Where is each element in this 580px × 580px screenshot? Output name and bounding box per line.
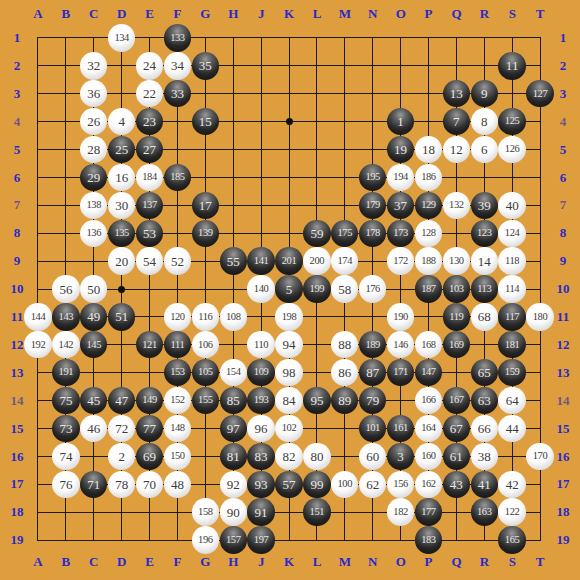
intersection-C16[interactable]: [80, 442, 108, 470]
intersection-M13[interactable]: 86: [331, 359, 359, 387]
intersection-D9[interactable]: 20: [108, 247, 136, 275]
intersection-O7[interactable]: 37: [387, 191, 415, 219]
intersection-F8[interactable]: [164, 219, 192, 247]
intersection-K9[interactable]: 201: [275, 247, 303, 275]
intersection-F1[interactable]: 133: [164, 24, 192, 52]
intersection-H15[interactable]: 97: [219, 415, 247, 443]
intersection-L9[interactable]: 200: [303, 247, 331, 275]
intersection-K18[interactable]: [275, 498, 303, 526]
intersection-F14[interactable]: 152: [164, 387, 192, 415]
intersection-F9[interactable]: 52: [164, 247, 192, 275]
intersection-K14[interactable]: 84: [275, 387, 303, 415]
intersection-F10[interactable]: [164, 275, 192, 303]
intersection-R9[interactable]: 14: [470, 247, 498, 275]
intersection-M10[interactable]: 58: [331, 275, 359, 303]
intersection-D13[interactable]: [108, 359, 136, 387]
intersection-O16[interactable]: 3: [387, 442, 415, 470]
intersection-Q19[interactable]: [442, 526, 470, 554]
intersection-S1[interactable]: [498, 24, 526, 52]
intersection-R13[interactable]: 65: [470, 359, 498, 387]
intersection-J3[interactable]: [247, 80, 275, 108]
intersection-R8[interactable]: 123: [470, 219, 498, 247]
intersection-T17[interactable]: [526, 470, 554, 498]
intersection-L1[interactable]: [303, 24, 331, 52]
intersection-F15[interactable]: 148: [164, 415, 192, 443]
intersection-C19[interactable]: [80, 526, 108, 554]
intersection-N4[interactable]: [359, 108, 387, 136]
intersection-Q18[interactable]: [442, 498, 470, 526]
intersection-O17[interactable]: 156: [387, 470, 415, 498]
intersection-C8[interactable]: 136: [80, 219, 108, 247]
intersection-F2[interactable]: 34: [164, 52, 192, 80]
intersection-D6[interactable]: 16: [108, 164, 136, 192]
intersection-O14[interactable]: [387, 387, 415, 415]
intersection-M2[interactable]: [331, 52, 359, 80]
intersection-G5[interactable]: [191, 136, 219, 164]
intersection-A16[interactable]: [24, 442, 52, 470]
intersection-G1[interactable]: [191, 24, 219, 52]
intersection-C13[interactable]: [80, 359, 108, 387]
intersection-C5[interactable]: 28: [80, 136, 108, 164]
intersection-B6[interactable]: [52, 164, 80, 192]
intersection-F13[interactable]: 153: [164, 359, 192, 387]
intersection-T15[interactable]: [526, 415, 554, 443]
intersection-R3[interactable]: 9: [470, 80, 498, 108]
intersection-O5[interactable]: 19: [387, 136, 415, 164]
intersection-S4[interactable]: 125: [498, 108, 526, 136]
intersection-H2[interactable]: [219, 52, 247, 80]
intersection-B14[interactable]: 75: [52, 387, 80, 415]
intersection-A9[interactable]: [24, 247, 52, 275]
intersection-M11[interactable]: [331, 303, 359, 331]
intersection-K16[interactable]: 82: [275, 442, 303, 470]
intersection-E5[interactable]: 27: [136, 136, 164, 164]
intersection-G11[interactable]: 116: [191, 303, 219, 331]
intersection-A6[interactable]: [24, 164, 52, 192]
intersection-A8[interactable]: [24, 219, 52, 247]
intersection-A7[interactable]: [24, 191, 52, 219]
intersection-O6[interactable]: 194: [387, 164, 415, 192]
intersection-M8[interactable]: 175: [331, 219, 359, 247]
intersection-H10[interactable]: [219, 275, 247, 303]
intersection-K13[interactable]: 98: [275, 359, 303, 387]
intersection-O12[interactable]: 146: [387, 331, 415, 359]
intersection-Q10[interactable]: 103: [442, 275, 470, 303]
intersection-L17[interactable]: 99: [303, 470, 331, 498]
intersection-S5[interactable]: 126: [498, 136, 526, 164]
intersection-A11[interactable]: 144: [24, 303, 52, 331]
intersection-K19[interactable]: [275, 526, 303, 554]
intersection-E8[interactable]: 53: [136, 219, 164, 247]
intersection-A1[interactable]: [24, 24, 52, 52]
intersection-G12[interactable]: 106: [191, 331, 219, 359]
intersection-H8[interactable]: [219, 219, 247, 247]
intersection-A3[interactable]: [24, 80, 52, 108]
intersection-P16[interactable]: 160: [415, 442, 443, 470]
intersection-S15[interactable]: 44: [498, 415, 526, 443]
intersection-S19[interactable]: 165: [498, 526, 526, 554]
intersection-J2[interactable]: [247, 52, 275, 80]
intersection-F11[interactable]: 120: [164, 303, 192, 331]
intersection-A18[interactable]: [24, 498, 52, 526]
intersection-F17[interactable]: 48: [164, 470, 192, 498]
intersection-G17[interactable]: [191, 470, 219, 498]
intersection-R19[interactable]: [470, 526, 498, 554]
intersection-H9[interactable]: 55: [219, 247, 247, 275]
intersection-F6[interactable]: 185: [164, 164, 192, 192]
intersection-E19[interactable]: [136, 526, 164, 554]
intersection-M15[interactable]: [331, 415, 359, 443]
intersection-F4[interactable]: [164, 108, 192, 136]
intersection-E7[interactable]: 137: [136, 191, 164, 219]
intersection-B2[interactable]: [52, 52, 80, 80]
intersection-K5[interactable]: [275, 136, 303, 164]
intersection-H11[interactable]: 108: [219, 303, 247, 331]
intersection-L3[interactable]: [303, 80, 331, 108]
intersection-H3[interactable]: [219, 80, 247, 108]
intersection-H16[interactable]: 81: [219, 442, 247, 470]
intersection-C4[interactable]: 26: [80, 108, 108, 136]
intersection-D7[interactable]: 30: [108, 191, 136, 219]
intersection-L19[interactable]: [303, 526, 331, 554]
intersection-K8[interactable]: [275, 219, 303, 247]
intersection-D10[interactable]: [108, 275, 136, 303]
intersection-B1[interactable]: [52, 24, 80, 52]
intersection-M18[interactable]: [331, 498, 359, 526]
intersection-N6[interactable]: 195: [359, 164, 387, 192]
intersection-R11[interactable]: 68: [470, 303, 498, 331]
intersection-N16[interactable]: 60: [359, 442, 387, 470]
intersection-P11[interactable]: [415, 303, 443, 331]
intersection-B8[interactable]: [52, 219, 80, 247]
intersection-A12[interactable]: 192: [24, 331, 52, 359]
intersection-N19[interactable]: [359, 526, 387, 554]
intersection-H1[interactable]: [219, 24, 247, 52]
intersection-K3[interactable]: [275, 80, 303, 108]
intersection-K2[interactable]: [275, 52, 303, 80]
intersection-S12[interactable]: 181: [498, 331, 526, 359]
intersection-T12[interactable]: [526, 331, 554, 359]
intersection-E9[interactable]: 54: [136, 247, 164, 275]
intersection-M4[interactable]: [331, 108, 359, 136]
intersection-J16[interactable]: 83: [247, 442, 275, 470]
intersection-T6[interactable]: [526, 164, 554, 192]
intersection-P12[interactable]: 168: [415, 331, 443, 359]
intersection-Q9[interactable]: 130: [442, 247, 470, 275]
intersection-L5[interactable]: [303, 136, 331, 164]
intersection-P1[interactable]: [415, 24, 443, 52]
intersection-D5[interactable]: 25: [108, 136, 136, 164]
intersection-L15[interactable]: [303, 415, 331, 443]
intersection-N11[interactable]: [359, 303, 387, 331]
intersection-K6[interactable]: [275, 164, 303, 192]
intersection-B3[interactable]: [52, 80, 80, 108]
intersection-G2[interactable]: 35: [191, 52, 219, 80]
intersection-H18[interactable]: 90: [219, 498, 247, 526]
intersection-S2[interactable]: 11: [498, 52, 526, 80]
intersection-L7[interactable]: [303, 191, 331, 219]
intersection-M9[interactable]: 174: [331, 247, 359, 275]
intersection-M1[interactable]: [331, 24, 359, 52]
intersection-A14[interactable]: [24, 387, 52, 415]
intersection-L11[interactable]: [303, 303, 331, 331]
intersection-S3[interactable]: [498, 80, 526, 108]
intersection-O15[interactable]: 161: [387, 415, 415, 443]
intersection-C1[interactable]: [80, 24, 108, 52]
intersection-N12[interactable]: 189: [359, 331, 387, 359]
intersection-N1[interactable]: [359, 24, 387, 52]
intersection-S7[interactable]: 40: [498, 191, 526, 219]
intersection-E1[interactable]: [136, 24, 164, 52]
intersection-H5[interactable]: [219, 136, 247, 164]
intersection-H14[interactable]: 85: [219, 387, 247, 415]
intersection-E17[interactable]: 70: [136, 470, 164, 498]
intersection-H17[interactable]: 92: [219, 470, 247, 498]
intersection-L16[interactable]: 80: [303, 442, 331, 470]
intersection-A15[interactable]: [24, 415, 52, 443]
intersection-R1[interactable]: [470, 24, 498, 52]
intersection-E3[interactable]: 22: [136, 80, 164, 108]
intersection-N7[interactable]: 179: [359, 191, 387, 219]
intersection-D12[interactable]: [108, 331, 136, 359]
intersection-K17[interactable]: 57: [275, 470, 303, 498]
intersection-O3[interactable]: [387, 80, 415, 108]
intersection-B18[interactable]: [52, 498, 80, 526]
intersection-E6[interactable]: 184: [136, 164, 164, 192]
intersection-D16[interactable]: 2: [108, 442, 136, 470]
intersection-J5[interactable]: [247, 136, 275, 164]
intersection-C14[interactable]: 45: [80, 387, 108, 415]
intersection-L12[interactable]: [303, 331, 331, 359]
intersection-T13[interactable]: [526, 359, 554, 387]
intersection-S8[interactable]: 124: [498, 219, 526, 247]
intersection-K4[interactable]: [275, 108, 303, 136]
intersection-B7[interactable]: [52, 191, 80, 219]
intersection-P6[interactable]: 186: [415, 164, 443, 192]
intersection-N8[interactable]: 178: [359, 219, 387, 247]
intersection-E14[interactable]: 149: [136, 387, 164, 415]
intersection-T7[interactable]: [526, 191, 554, 219]
intersection-Q13[interactable]: [442, 359, 470, 387]
intersection-G16[interactable]: [191, 442, 219, 470]
intersection-G10[interactable]: [191, 275, 219, 303]
intersection-G15[interactable]: [191, 415, 219, 443]
intersection-S11[interactable]: 117: [498, 303, 526, 331]
intersection-G9[interactable]: [191, 247, 219, 275]
intersection-L13[interactable]: [303, 359, 331, 387]
intersection-N2[interactable]: [359, 52, 387, 80]
intersection-J15[interactable]: 96: [247, 415, 275, 443]
intersection-F12[interactable]: 111: [164, 331, 192, 359]
intersection-S14[interactable]: 64: [498, 387, 526, 415]
intersection-J17[interactable]: 93: [247, 470, 275, 498]
intersection-J6[interactable]: [247, 164, 275, 192]
intersection-H13[interactable]: 154: [219, 359, 247, 387]
intersection-S17[interactable]: 42: [498, 470, 526, 498]
intersection-D19[interactable]: [108, 526, 136, 554]
intersection-M19[interactable]: [331, 526, 359, 554]
intersection-R10[interactable]: 113: [470, 275, 498, 303]
intersection-O2[interactable]: [387, 52, 415, 80]
intersection-H6[interactable]: [219, 164, 247, 192]
intersection-N13[interactable]: 87: [359, 359, 387, 387]
intersection-G14[interactable]: 155: [191, 387, 219, 415]
intersection-J7[interactable]: [247, 191, 275, 219]
intersection-M12[interactable]: 88: [331, 331, 359, 359]
intersection-Q3[interactable]: 13: [442, 80, 470, 108]
intersection-P9[interactable]: 188: [415, 247, 443, 275]
intersection-E18[interactable]: [136, 498, 164, 526]
intersection-B19[interactable]: [52, 526, 80, 554]
intersection-B12[interactable]: 142: [52, 331, 80, 359]
intersection-G7[interactable]: 17: [191, 191, 219, 219]
intersection-Q17[interactable]: 43: [442, 470, 470, 498]
intersection-Q7[interactable]: 132: [442, 191, 470, 219]
intersection-E11[interactable]: [136, 303, 164, 331]
intersection-F7[interactable]: [164, 191, 192, 219]
intersection-L6[interactable]: [303, 164, 331, 192]
intersection-Q1[interactable]: [442, 24, 470, 52]
intersection-A13[interactable]: [24, 359, 52, 387]
intersection-P5[interactable]: 18: [415, 136, 443, 164]
intersection-R15[interactable]: 66: [470, 415, 498, 443]
intersection-B9[interactable]: [52, 247, 80, 275]
intersection-J4[interactable]: [247, 108, 275, 136]
intersection-O8[interactable]: 173: [387, 219, 415, 247]
intersection-M5[interactable]: [331, 136, 359, 164]
intersection-P19[interactable]: 183: [415, 526, 443, 554]
intersection-R7[interactable]: 39: [470, 191, 498, 219]
intersection-P13[interactable]: 147: [415, 359, 443, 387]
intersection-C15[interactable]: 46: [80, 415, 108, 443]
intersection-C17[interactable]: 71: [80, 470, 108, 498]
intersection-P15[interactable]: 164: [415, 415, 443, 443]
intersection-O13[interactable]: 171: [387, 359, 415, 387]
intersection-K7[interactable]: [275, 191, 303, 219]
intersection-C11[interactable]: 49: [80, 303, 108, 331]
intersection-R6[interactable]: [470, 164, 498, 192]
intersection-D15[interactable]: 72: [108, 415, 136, 443]
intersection-Q2[interactable]: [442, 52, 470, 80]
intersection-C7[interactable]: 138: [80, 191, 108, 219]
intersection-P17[interactable]: 162: [415, 470, 443, 498]
intersection-E15[interactable]: 77: [136, 415, 164, 443]
intersection-J12[interactable]: 110: [247, 331, 275, 359]
intersection-T19[interactable]: [526, 526, 554, 554]
intersection-T16[interactable]: 170: [526, 442, 554, 470]
intersection-M17[interactable]: 100: [331, 470, 359, 498]
intersection-O18[interactable]: 182: [387, 498, 415, 526]
intersection-B11[interactable]: 143: [52, 303, 80, 331]
intersection-P7[interactable]: 129: [415, 191, 443, 219]
intersection-T1[interactable]: [526, 24, 554, 52]
intersection-J13[interactable]: 109: [247, 359, 275, 387]
intersection-M14[interactable]: 89: [331, 387, 359, 415]
intersection-N9[interactable]: [359, 247, 387, 275]
intersection-E4[interactable]: 23: [136, 108, 164, 136]
intersection-B13[interactable]: 191: [52, 359, 80, 387]
intersection-Q11[interactable]: 119: [442, 303, 470, 331]
intersection-J1[interactable]: [247, 24, 275, 52]
intersection-Q14[interactable]: 167: [442, 387, 470, 415]
intersection-F3[interactable]: 33: [164, 80, 192, 108]
intersection-B5[interactable]: [52, 136, 80, 164]
intersection-C9[interactable]: [80, 247, 108, 275]
intersection-D8[interactable]: 135: [108, 219, 136, 247]
intersection-N18[interactable]: [359, 498, 387, 526]
intersection-S18[interactable]: 122: [498, 498, 526, 526]
intersection-P8[interactable]: 128: [415, 219, 443, 247]
intersection-Q8[interactable]: [442, 219, 470, 247]
intersection-C12[interactable]: 145: [80, 331, 108, 359]
intersection-G3[interactable]: [191, 80, 219, 108]
intersection-T18[interactable]: [526, 498, 554, 526]
intersection-J9[interactable]: 141: [247, 247, 275, 275]
intersection-C6[interactable]: 29: [80, 164, 108, 192]
intersection-P18[interactable]: 177: [415, 498, 443, 526]
intersection-P3[interactable]: [415, 80, 443, 108]
intersection-R14[interactable]: 63: [470, 387, 498, 415]
intersection-E12[interactable]: 121: [136, 331, 164, 359]
intersection-D11[interactable]: 51: [108, 303, 136, 331]
intersection-G8[interactable]: 139: [191, 219, 219, 247]
intersection-K1[interactable]: [275, 24, 303, 52]
intersection-A17[interactable]: [24, 470, 52, 498]
intersection-M7[interactable]: [331, 191, 359, 219]
intersection-E16[interactable]: 69: [136, 442, 164, 470]
intersection-K11[interactable]: 198: [275, 303, 303, 331]
intersection-Q15[interactable]: 67: [442, 415, 470, 443]
intersection-G4[interactable]: 15: [191, 108, 219, 136]
intersection-G13[interactable]: 105: [191, 359, 219, 387]
intersection-T10[interactable]: [526, 275, 554, 303]
intersection-O19[interactable]: [387, 526, 415, 554]
intersection-Q16[interactable]: 61: [442, 442, 470, 470]
intersection-R17[interactable]: 41: [470, 470, 498, 498]
intersection-L4[interactable]: [303, 108, 331, 136]
intersection-N5[interactable]: [359, 136, 387, 164]
intersection-E13[interactable]: [136, 359, 164, 387]
intersection-C3[interactable]: 36: [80, 80, 108, 108]
intersection-B10[interactable]: 56: [52, 275, 80, 303]
intersection-J19[interactable]: 197: [247, 526, 275, 554]
intersection-B17[interactable]: 76: [52, 470, 80, 498]
intersection-R5[interactable]: 6: [470, 136, 498, 164]
intersection-D14[interactable]: 47: [108, 387, 136, 415]
intersection-O1[interactable]: [387, 24, 415, 52]
intersection-Q5[interactable]: 12: [442, 136, 470, 164]
intersection-D3[interactable]: [108, 80, 136, 108]
intersection-D18[interactable]: [108, 498, 136, 526]
intersection-Q6[interactable]: [442, 164, 470, 192]
intersection-N10[interactable]: 176: [359, 275, 387, 303]
intersection-P10[interactable]: 187: [415, 275, 443, 303]
intersection-N17[interactable]: 62: [359, 470, 387, 498]
intersection-H7[interactable]: [219, 191, 247, 219]
intersection-B15[interactable]: 73: [52, 415, 80, 443]
intersection-S9[interactable]: 118: [498, 247, 526, 275]
intersection-D1[interactable]: 134: [108, 24, 136, 52]
intersection-H19[interactable]: 157: [219, 526, 247, 554]
intersection-K10[interactable]: 5: [275, 275, 303, 303]
intersection-F5[interactable]: [164, 136, 192, 164]
intersection-S10[interactable]: 114: [498, 275, 526, 303]
intersection-J8[interactable]: [247, 219, 275, 247]
intersection-N15[interactable]: 101: [359, 415, 387, 443]
intersection-L10[interactable]: 199: [303, 275, 331, 303]
intersection-F16[interactable]: 150: [164, 442, 192, 470]
intersection-K12[interactable]: 94: [275, 331, 303, 359]
